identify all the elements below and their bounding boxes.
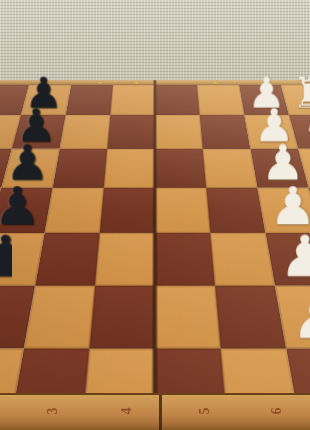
- board-square[interactable]: [107, 115, 155, 149]
- board-square[interactable]: [66, 85, 113, 115]
- board-square[interactable]: [155, 149, 206, 188]
- board-square[interactable]: [210, 233, 275, 286]
- board-square[interactable]: [155, 115, 203, 149]
- rank-label: 4: [119, 408, 135, 415]
- board-square[interactable]: [95, 233, 155, 286]
- white-pawn[interactable]: ♟: [279, 227, 310, 284]
- board-square[interactable]: [110, 85, 155, 115]
- board-front-edge: 3 4 5 6: [0, 393, 310, 430]
- board-square[interactable]: [200, 115, 251, 149]
- board-square[interactable]: ♟: [266, 233, 310, 286]
- front-edge-hinge-gap: [159, 395, 162, 430]
- rank-label: 5: [197, 408, 213, 415]
- black-pawn[interactable]: ♟: [0, 227, 31, 284]
- board-square[interactable]: ♟: [0, 233, 44, 286]
- board-square[interactable]: [35, 233, 100, 286]
- brass-hinge-pin-icon: [134, 82, 139, 84]
- board-square[interactable]: [206, 188, 265, 233]
- board-square[interactable]: [44, 188, 103, 233]
- board-square[interactable]: [155, 188, 210, 233]
- board-square[interactable]: [60, 115, 111, 149]
- board-square[interactable]: [155, 233, 215, 286]
- board-square[interactable]: [215, 286, 286, 349]
- brass-hinge-pin-icon: [213, 82, 218, 84]
- board-square[interactable]: [89, 286, 155, 349]
- board-square[interactable]: [24, 286, 95, 349]
- board-square[interactable]: [104, 149, 155, 188]
- board-square[interactable]: [100, 188, 155, 233]
- chessboard-photo: ♜♟♟♜♞♟♟♞♝♟♟♝♛♟♟♛♚♟♟♚♝♟♟♝♞♟♟♞♜♟♟♜ 3 4 5 6: [0, 0, 310, 430]
- board-square[interactable]: [197, 85, 244, 115]
- rank-label: 3: [45, 408, 61, 415]
- board-square[interactable]: [53, 149, 108, 188]
- chess-board: ♜♟♟♜♞♟♟♞♝♟♟♝♛♟♟♛♚♟♟♚♝♟♟♝♞♟♟♞♜♟♟♜: [0, 85, 310, 430]
- black-pawn[interactable]: ♟: [0, 285, 19, 347]
- board-square[interactable]: [203, 149, 258, 188]
- board-square[interactable]: [155, 286, 221, 349]
- brass-hinge-pin-icon: [97, 82, 102, 84]
- board-square[interactable]: [155, 85, 200, 115]
- rank-label: 6: [269, 408, 285, 415]
- white-pawn[interactable]: ♟: [291, 285, 310, 347]
